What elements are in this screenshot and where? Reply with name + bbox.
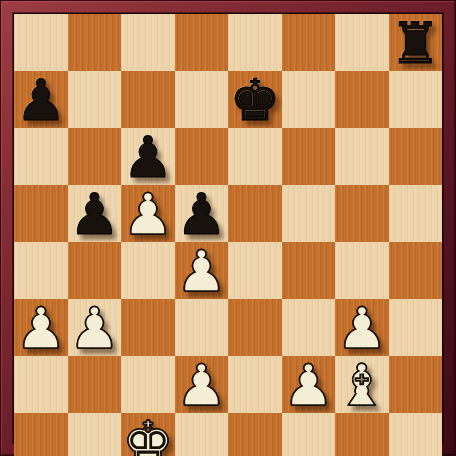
square-e3[interactable] — [228, 299, 282, 356]
square-d7[interactable] — [175, 71, 229, 128]
square-h6[interactable] — [389, 128, 443, 185]
square-g2[interactable]: ♝ — [335, 356, 389, 413]
square-b6[interactable] — [68, 128, 122, 185]
square-d5[interactable]: ♟ — [175, 185, 229, 242]
square-e4[interactable] — [228, 242, 282, 299]
square-b5[interactable]: ♟ — [68, 185, 122, 242]
piece-black-pawn[interactable]: ♟ — [122, 129, 173, 186]
square-g5[interactable] — [335, 185, 389, 242]
square-a4[interactable] — [14, 242, 68, 299]
square-c2[interactable] — [121, 356, 175, 413]
square-g1[interactable] — [335, 413, 389, 456]
square-e1[interactable] — [228, 413, 282, 456]
piece-white-pawn[interactable]: ♟ — [69, 300, 120, 357]
square-b8[interactable] — [68, 14, 122, 71]
square-a3[interactable]: ♟ — [14, 299, 68, 356]
square-e2[interactable] — [228, 356, 282, 413]
square-g7[interactable] — [335, 71, 389, 128]
square-d3[interactable] — [175, 299, 229, 356]
piece-black-pawn[interactable]: ♟ — [15, 72, 66, 129]
square-b3[interactable]: ♟ — [68, 299, 122, 356]
square-f2[interactable]: ♟ — [282, 356, 336, 413]
square-f6[interactable] — [282, 128, 336, 185]
square-h4[interactable] — [389, 242, 443, 299]
square-b1[interactable] — [68, 413, 122, 456]
square-e6[interactable] — [228, 128, 282, 185]
piece-white-pawn[interactable]: ♟ — [122, 186, 173, 243]
square-d6[interactable] — [175, 128, 229, 185]
square-c5[interactable]: ♟ — [121, 185, 175, 242]
square-f3[interactable] — [282, 299, 336, 356]
square-g8[interactable] — [335, 14, 389, 71]
square-f8[interactable] — [282, 14, 336, 71]
square-a5[interactable] — [14, 185, 68, 242]
square-d2[interactable]: ♟ — [175, 356, 229, 413]
square-g4[interactable] — [335, 242, 389, 299]
piece-white-pawn[interactable]: ♟ — [176, 243, 227, 300]
square-f4[interactable] — [282, 242, 336, 299]
square-a8[interactable] — [14, 14, 68, 71]
piece-white-pawn[interactable]: ♟ — [176, 357, 227, 414]
square-e8[interactable] — [228, 14, 282, 71]
piece-black-rook[interactable]: ♜ — [390, 15, 441, 72]
square-g3[interactable]: ♟ — [335, 299, 389, 356]
piece-white-pawn[interactable]: ♟ — [15, 300, 66, 357]
square-c4[interactable] — [121, 242, 175, 299]
square-h3[interactable] — [389, 299, 443, 356]
square-a2[interactable] — [14, 356, 68, 413]
square-h5[interactable] — [389, 185, 443, 242]
square-e7[interactable]: ♚ — [228, 71, 282, 128]
piece-white-pawn[interactable]: ♟ — [336, 300, 387, 357]
square-b4[interactable] — [68, 242, 122, 299]
square-c1[interactable]: ♚ — [121, 413, 175, 456]
square-d1[interactable] — [175, 413, 229, 456]
square-d4[interactable]: ♟ — [175, 242, 229, 299]
square-d8[interactable] — [175, 14, 229, 71]
piece-white-king[interactable]: ♚ — [122, 414, 173, 456]
piece-black-pawn[interactable]: ♟ — [69, 186, 120, 243]
square-e5[interactable] — [228, 185, 282, 242]
square-a1[interactable] — [14, 413, 68, 456]
square-c8[interactable] — [121, 14, 175, 71]
square-h7[interactable] — [389, 71, 443, 128]
square-a7[interactable]: ♟ — [14, 71, 68, 128]
square-h2[interactable] — [389, 356, 443, 413]
square-h8[interactable]: ♜ — [389, 14, 443, 71]
piece-black-pawn[interactable]: ♟ — [176, 186, 227, 243]
square-c7[interactable] — [121, 71, 175, 128]
piece-white-pawn[interactable]: ♟ — [283, 357, 334, 414]
chess-board: ♜♟♚♟♟♟♟♟♟♟♟♟♟♝♚ — [14, 14, 442, 442]
square-b2[interactable] — [68, 356, 122, 413]
square-f5[interactable] — [282, 185, 336, 242]
piece-black-king[interactable]: ♚ — [229, 72, 280, 129]
square-a6[interactable] — [14, 128, 68, 185]
square-b7[interactable] — [68, 71, 122, 128]
square-h1[interactable] — [389, 413, 443, 456]
piece-white-bishop[interactable]: ♝ — [336, 357, 387, 414]
square-c6[interactable]: ♟ — [121, 128, 175, 185]
square-f7[interactable] — [282, 71, 336, 128]
square-f1[interactable] — [282, 413, 336, 456]
board-frame: ♜♟♚♟♟♟♟♟♟♟♟♟♟♝♚ — [0, 0, 456, 456]
square-c3[interactable] — [121, 299, 175, 356]
square-g6[interactable] — [335, 128, 389, 185]
